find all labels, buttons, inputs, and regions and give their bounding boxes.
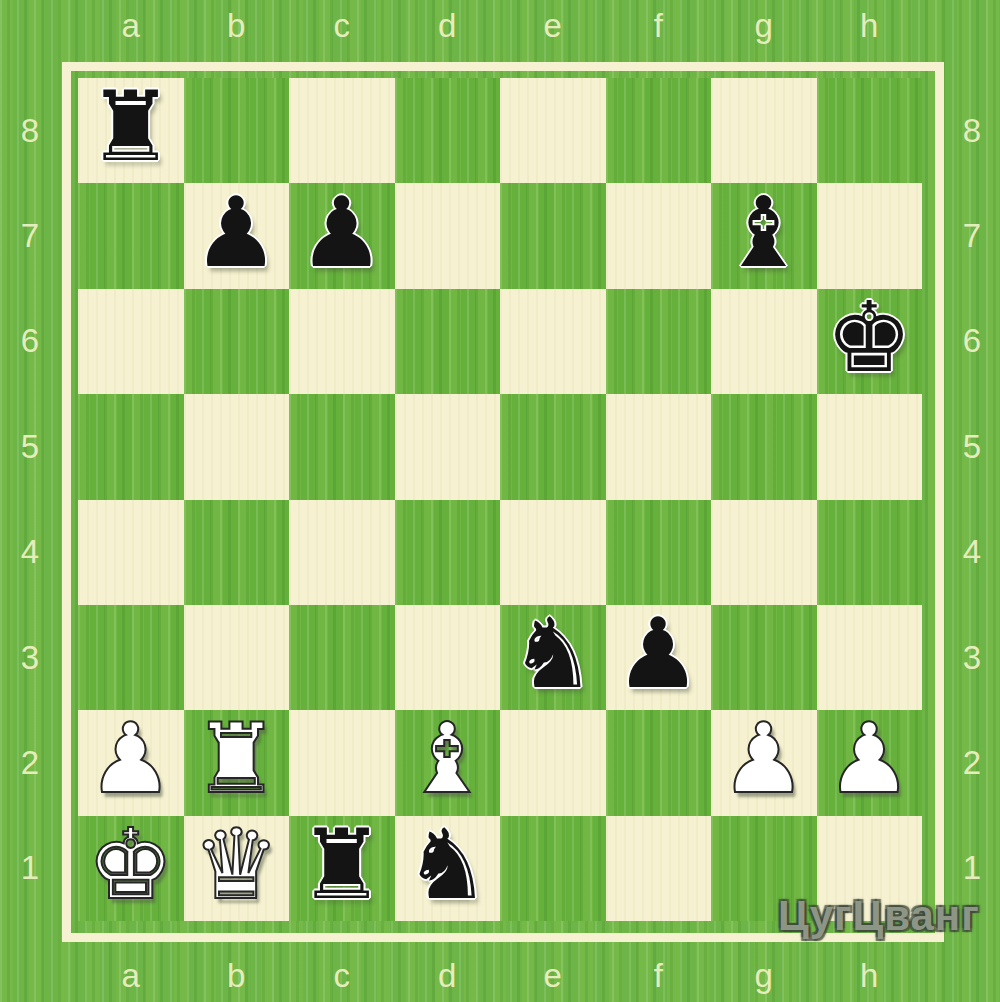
square-a7[interactable] (78, 183, 184, 288)
coordinate-label-g: g (711, 6, 817, 46)
square-d2[interactable]: ♝ (395, 710, 501, 815)
coordinate-label-2: 2 (8, 710, 52, 815)
square-b3[interactable] (184, 605, 290, 710)
square-c2[interactable] (289, 710, 395, 815)
square-g7[interactable]: ♝ (711, 183, 817, 288)
square-h7[interactable] (817, 183, 923, 288)
coordinate-label-f: f (606, 956, 712, 996)
black-pawn[interactable]: ♟ (184, 179, 290, 284)
square-h6[interactable]: ♚ (817, 289, 923, 394)
square-e5[interactable] (500, 394, 606, 499)
square-g8[interactable] (711, 78, 817, 183)
white-queen[interactable]: ♛ (184, 812, 290, 917)
square-c4[interactable] (289, 500, 395, 605)
square-b2[interactable]: ♜ (184, 710, 290, 815)
square-a4[interactable] (78, 500, 184, 605)
square-f7[interactable] (606, 183, 712, 288)
coordinate-label-3: 3 (8, 605, 52, 710)
coordinate-label-7: 7 (8, 183, 52, 288)
square-b8[interactable] (184, 78, 290, 183)
square-a3[interactable] (78, 605, 184, 710)
chess-board[interactable]: ♜♟♟♝♚♞♟♟♜♝♟♟♚♛♜♞ (78, 78, 922, 921)
square-c5[interactable] (289, 394, 395, 499)
square-a2[interactable]: ♟ (78, 710, 184, 815)
square-h2[interactable]: ♟ (817, 710, 923, 815)
coordinate-label-h: h (817, 6, 923, 46)
square-c8[interactable] (289, 78, 395, 183)
coordinate-label-7: 7 (950, 183, 994, 288)
square-h5[interactable] (817, 394, 923, 499)
coordinate-label-6: 6 (8, 289, 52, 394)
black-pawn[interactable]: ♟ (289, 179, 395, 284)
chess-diagram: abcdefgh 87654321 87654321 abcdefgh ♜♟♟♝… (0, 0, 1000, 1002)
square-f5[interactable] (606, 394, 712, 499)
square-b7[interactable]: ♟ (184, 183, 290, 288)
square-f2[interactable] (606, 710, 712, 815)
white-king[interactable]: ♚ (78, 812, 184, 917)
coordinate-label-d: d (395, 956, 501, 996)
square-a8[interactable]: ♜ (78, 78, 184, 183)
coordinate-label-c: c (289, 956, 395, 996)
square-h4[interactable] (817, 500, 923, 605)
square-f1[interactable] (606, 816, 712, 921)
coordinate-label-8: 8 (8, 78, 52, 183)
coordinate-label-d: d (395, 6, 501, 46)
coordinate-label-5: 5 (8, 394, 52, 499)
square-f8[interactable] (606, 78, 712, 183)
square-g2[interactable]: ♟ (711, 710, 817, 815)
coordinate-label-a: a (78, 956, 184, 996)
square-g4[interactable] (711, 500, 817, 605)
square-a5[interactable] (78, 394, 184, 499)
coordinate-label-4: 4 (950, 500, 994, 605)
coordinate-label-4: 4 (8, 500, 52, 605)
coordinate-label-8: 8 (950, 78, 994, 183)
square-d6[interactable] (395, 289, 501, 394)
square-f3[interactable]: ♟ (606, 605, 712, 710)
square-e7[interactable] (500, 183, 606, 288)
square-e8[interactable] (500, 78, 606, 183)
rank-labels-left: 87654321 (8, 78, 52, 921)
file-labels-bottom: abcdefgh (78, 956, 922, 996)
white-pawn[interactable]: ♟ (817, 706, 923, 811)
white-pawn[interactable]: ♟ (78, 706, 184, 811)
square-f6[interactable] (606, 289, 712, 394)
square-a1[interactable]: ♚ (78, 816, 184, 921)
coordinate-label-b: b (184, 956, 290, 996)
square-e3[interactable]: ♞ (500, 605, 606, 710)
square-c6[interactable] (289, 289, 395, 394)
black-knight[interactable]: ♞ (395, 812, 501, 917)
coordinate-label-c: c (289, 6, 395, 46)
square-e2[interactable] (500, 710, 606, 815)
square-d8[interactable] (395, 78, 501, 183)
square-d1[interactable]: ♞ (395, 816, 501, 921)
coordinate-label-5: 5 (950, 394, 994, 499)
rank-labels-right: 87654321 (950, 78, 994, 921)
watermark: ЦугЦванг (778, 892, 980, 940)
square-h3[interactable] (817, 605, 923, 710)
square-e6[interactable] (500, 289, 606, 394)
square-f4[interactable] (606, 500, 712, 605)
coordinate-label-a: a (78, 6, 184, 46)
file-labels-top: abcdefgh (78, 6, 922, 46)
coordinate-label-e: e (500, 956, 606, 996)
black-rook[interactable]: ♜ (289, 812, 395, 917)
square-g3[interactable] (711, 605, 817, 710)
coordinate-label-1: 1 (8, 816, 52, 921)
square-d3[interactable] (395, 605, 501, 710)
coordinate-label-6: 6 (950, 289, 994, 394)
square-c3[interactable] (289, 605, 395, 710)
black-bishop[interactable]: ♝ (711, 179, 817, 284)
square-c7[interactable]: ♟ (289, 183, 395, 288)
coordinate-label-e: e (500, 6, 606, 46)
coordinate-label-3: 3 (950, 605, 994, 710)
square-g6[interactable] (711, 289, 817, 394)
square-b4[interactable] (184, 500, 290, 605)
black-pawn[interactable]: ♟ (606, 601, 712, 706)
black-knight[interactable]: ♞ (500, 601, 606, 706)
coordinate-label-b: b (184, 6, 290, 46)
black-rook[interactable]: ♜ (78, 74, 184, 179)
white-pawn[interactable]: ♟ (711, 706, 817, 811)
square-b6[interactable] (184, 289, 290, 394)
square-b5[interactable] (184, 394, 290, 499)
square-h8[interactable] (817, 78, 923, 183)
square-d7[interactable] (395, 183, 501, 288)
square-c1[interactable]: ♜ (289, 816, 395, 921)
black-king[interactable]: ♚ (817, 285, 923, 390)
coordinate-label-g: g (711, 956, 817, 996)
white-rook[interactable]: ♜ (184, 706, 290, 811)
coordinate-label-2: 2 (950, 710, 994, 815)
square-g5[interactable] (711, 394, 817, 499)
square-e4[interactable] (500, 500, 606, 605)
square-b1[interactable]: ♛ (184, 816, 290, 921)
square-e1[interactable] (500, 816, 606, 921)
coordinate-label-f: f (606, 6, 712, 46)
square-d5[interactable] (395, 394, 501, 499)
coordinate-label-h: h (817, 956, 923, 996)
white-bishop[interactable]: ♝ (395, 706, 501, 811)
square-a6[interactable] (78, 289, 184, 394)
square-d4[interactable] (395, 500, 501, 605)
